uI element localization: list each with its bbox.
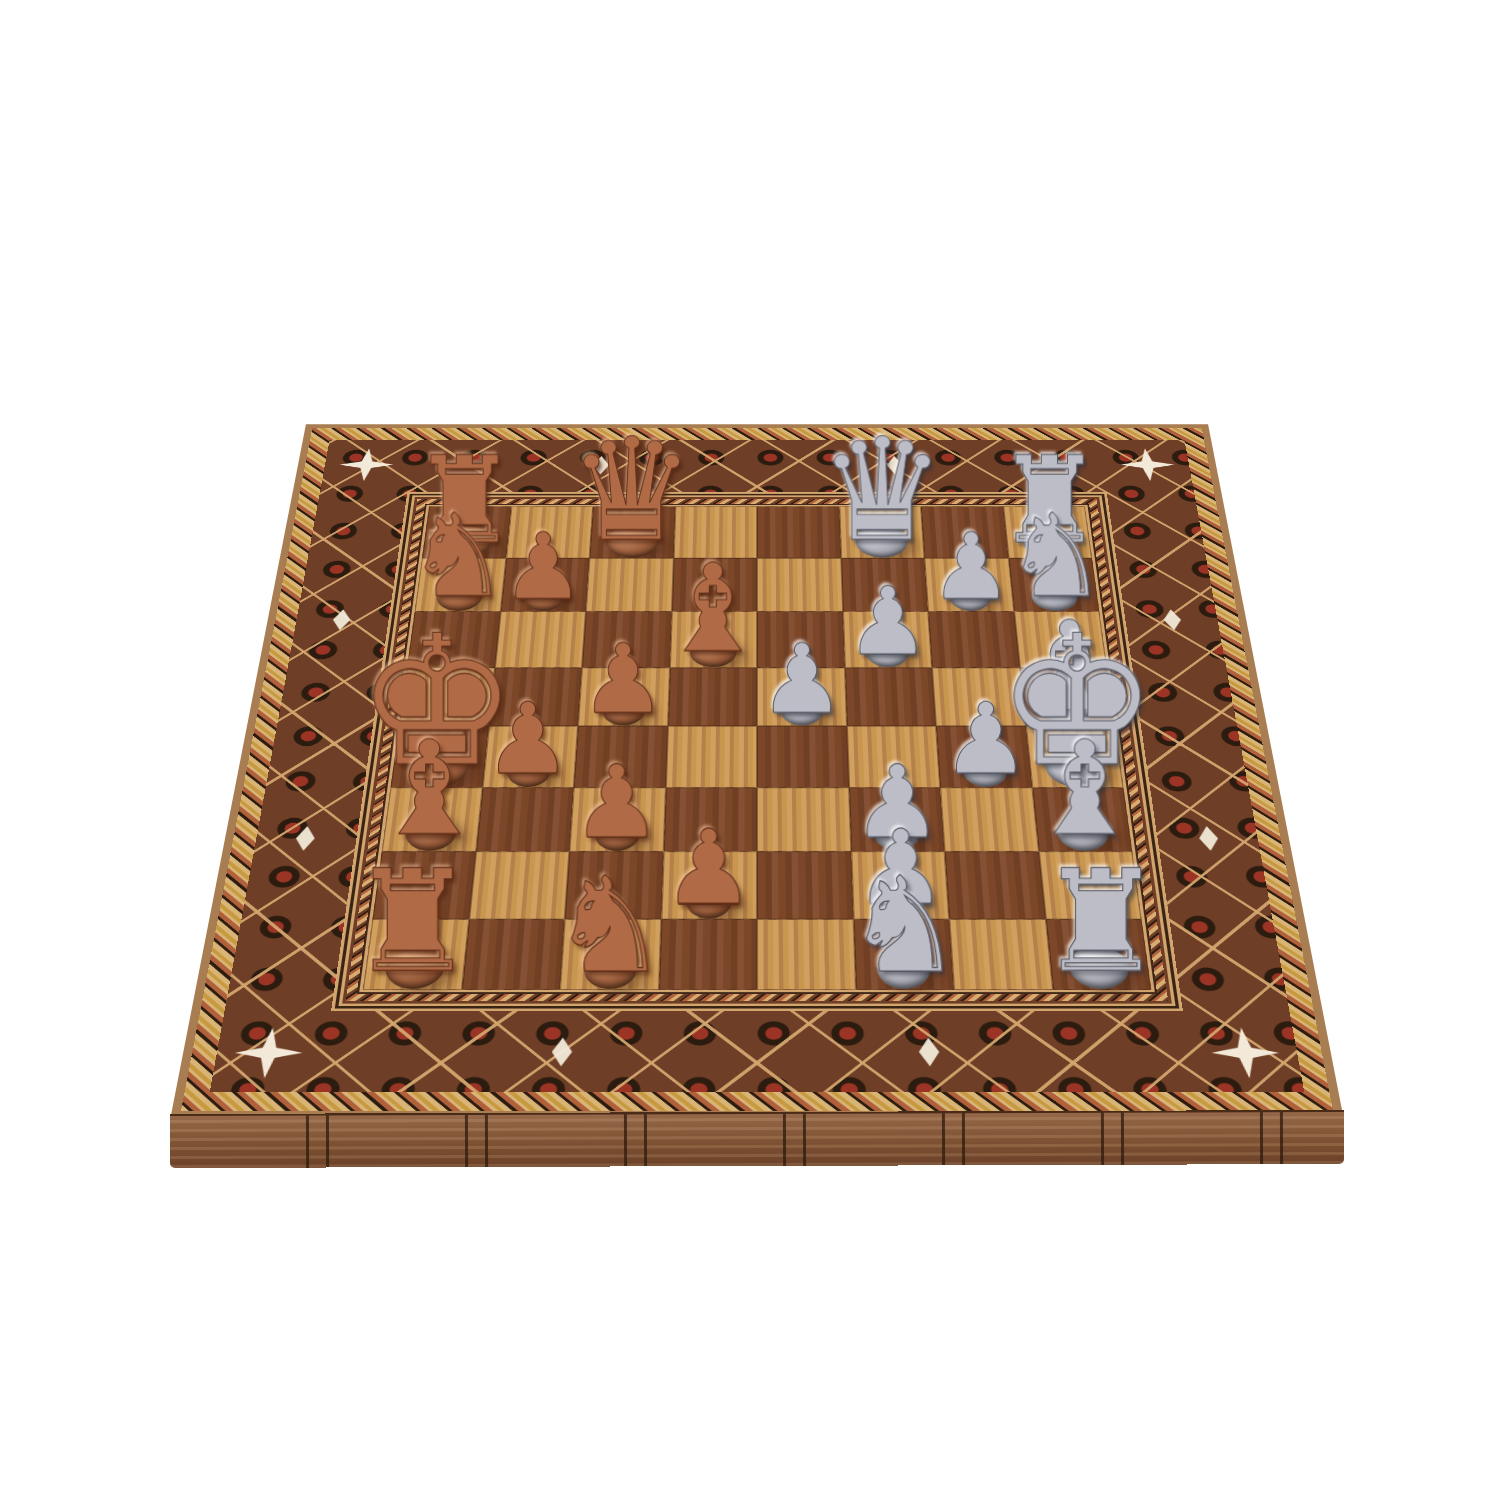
pearl-diamond-inlay-icon [918, 1038, 940, 1067]
board-square[interactable] [757, 919, 856, 990]
silver-pawn[interactable]: ♟ [846, 579, 930, 665]
board-square[interactable] [940, 787, 1038, 851]
copper-queen[interactable]: ♛ [568, 425, 695, 556]
copper-bishop[interactable]: ♝ [659, 553, 768, 664]
silver-queen[interactable]: ♛ [819, 425, 946, 556]
board-square[interactable]: ♜ [363, 919, 469, 990]
pearl-diamond-inlay-icon [1162, 609, 1183, 630]
silver-knight[interactable]: ♞ [845, 865, 963, 986]
copper-bishop[interactable]: ♝ [371, 729, 487, 848]
copper-pawn[interactable]: ♟ [663, 821, 755, 916]
board-square[interactable]: ♟ [569, 787, 665, 851]
pearl-diamond-inlay-icon [294, 826, 317, 851]
border-stripe-band: ♜♛♛♜♞♟♟♞♝♟♟♟♝♚♟♟♚♝♟♟♝♟♟♜♞♞♜ [181, 428, 1333, 1111]
chess-board-grid: ♜♛♛♜♞♟♟♞♝♟♟♟♝♚♟♟♚♝♟♟♝♟♟♜♞♞♜ [363, 507, 1151, 990]
chess-board: ♜♛♛♜♞♟♟♞♝♟♟♟♝♚♟♟♚♝♟♟♝♟♟♜♞♞♜ [170, 424, 1343, 1118]
board-square[interactable]: ♝ [670, 611, 757, 667]
board-square[interactable] [668, 667, 758, 726]
copper-knight[interactable]: ♞ [550, 865, 668, 986]
board-square[interactable] [844, 667, 936, 726]
board-square[interactable]: ♟ [757, 667, 847, 726]
board-square[interactable] [757, 787, 851, 851]
border-mosaic-band: ♜♛♛♜♞♟♟♞♝♟♟♟♝♚♟♟♚♝♟♟♝♟♟♜♞♞♜ [210, 440, 1305, 1092]
board-square[interactable]: ♟ [843, 611, 932, 667]
pearl-diamond-inlay-icon [551, 1038, 573, 1067]
board-square[interactable] [757, 852, 853, 919]
corner-star-inlay-icon [230, 1028, 306, 1079]
silver-pawn[interactable]: ♟ [759, 635, 845, 723]
copper-rook[interactable]: ♜ [349, 857, 475, 986]
copper-pawn[interactable]: ♟ [580, 635, 666, 723]
board-square[interactable]: ♛ [839, 507, 924, 558]
board-square[interactable] [665, 726, 757, 787]
board-square[interactable]: ♟ [661, 852, 757, 919]
board-square[interactable] [757, 558, 843, 612]
pearl-diamond-inlay-icon [1197, 826, 1220, 851]
silver-bishop[interactable]: ♝ [1027, 729, 1143, 848]
border-line-band: ♜♛♛♜♞♟♟♞♝♟♟♟♝♚♟♟♚♝♟♟♝♟♟♜♞♞♜ [331, 492, 1183, 1011]
silver-rook[interactable]: ♜ [1038, 857, 1164, 986]
corner-star-inlay-icon [337, 449, 396, 482]
board-perspective-wrapper: ♜♛♛♜♞♟♟♞♝♟♟♟♝♚♟♟♚♝♟♟♝♟♟♜♞♞♜ [247, 216, 1267, 1236]
border-zigzag-band: ♜♛♛♜♞♟♟♞♝♟♟♟♝♚♟♟♚♝♟♟♝♟♟♜♞♞♜ [346, 499, 1168, 1001]
board-square[interactable] [476, 787, 574, 851]
board-square[interactable]: ♟ [578, 667, 670, 726]
product-photo-stage: ♜♛♛♜♞♟♟♞♝♟♟♟♝♚♟♟♚♝♟♟♝♟♟♜♞♞♜ [0, 0, 1500, 1500]
board-square[interactable] [658, 919, 757, 990]
board-square[interactable] [757, 726, 849, 787]
pearl-diamond-inlay-icon [331, 609, 352, 630]
silver-knight[interactable]: ♞ [1005, 504, 1108, 609]
board-square[interactable]: ♜ [1045, 919, 1151, 990]
corner-star-inlay-icon [1208, 1028, 1284, 1079]
board-edge-face [170, 1110, 1344, 1168]
board-square[interactable] [461, 919, 564, 990]
board-square[interactable]: ♞ [560, 919, 661, 990]
copper-knight[interactable]: ♞ [406, 504, 509, 609]
copper-pawn[interactable]: ♟ [571, 756, 661, 848]
board-square[interactable]: ♞ [853, 919, 954, 990]
corner-star-inlay-icon [1118, 449, 1177, 482]
